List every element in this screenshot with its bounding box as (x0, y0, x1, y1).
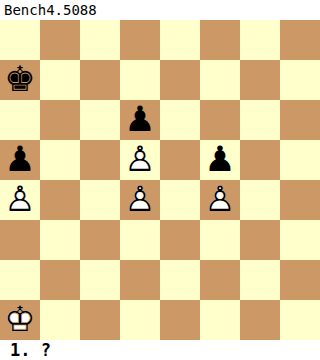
square-h1[interactable] (280, 300, 320, 340)
square-a3[interactable] (0, 220, 40, 260)
square-f5[interactable]: ♟ (200, 140, 240, 180)
black-pawn[interactable]: ♟ (200, 140, 240, 180)
square-h2[interactable] (280, 260, 320, 300)
square-b7[interactable] (40, 60, 80, 100)
white-pawn[interactable]: ♟♙ (0, 180, 40, 220)
white-pawn-outline: ♙ (120, 180, 160, 220)
square-f8[interactable] (200, 20, 240, 60)
square-g3[interactable] (240, 220, 280, 260)
square-d4[interactable]: ♟♙ (120, 180, 160, 220)
square-c2[interactable] (80, 260, 120, 300)
square-c6[interactable] (80, 100, 120, 140)
square-f1[interactable] (200, 300, 240, 340)
square-c3[interactable] (80, 220, 120, 260)
black-king[interactable]: ♚ (0, 60, 40, 100)
square-h5[interactable] (280, 140, 320, 180)
square-a1[interactable]: ♚♔ (0, 300, 40, 340)
square-h3[interactable] (280, 220, 320, 260)
white-pawn[interactable]: ♟♙ (200, 180, 240, 220)
move-prompt: 1. ? (10, 340, 51, 360)
square-b6[interactable] (40, 100, 80, 140)
square-e2[interactable] (160, 260, 200, 300)
black-pawn-glyph: ♟ (120, 100, 160, 140)
square-b1[interactable] (40, 300, 80, 340)
square-c1[interactable] (80, 300, 120, 340)
square-f6[interactable] (200, 100, 240, 140)
square-g7[interactable] (240, 60, 280, 100)
square-d3[interactable] (120, 220, 160, 260)
square-e8[interactable] (160, 20, 200, 60)
square-a4[interactable]: ♟♙ (0, 180, 40, 220)
square-h6[interactable] (280, 100, 320, 140)
square-e6[interactable] (160, 100, 200, 140)
black-pawn-glyph: ♟ (200, 140, 240, 180)
white-king[interactable]: ♚♔ (0, 300, 40, 340)
square-g2[interactable] (240, 260, 280, 300)
black-pawn-glyph: ♟ (0, 140, 40, 180)
square-c4[interactable] (80, 180, 120, 220)
square-h8[interactable] (280, 20, 320, 60)
square-d2[interactable] (120, 260, 160, 300)
square-d8[interactable] (120, 20, 160, 60)
square-g6[interactable] (240, 100, 280, 140)
square-b4[interactable] (40, 180, 80, 220)
square-a5[interactable]: ♟ (0, 140, 40, 180)
black-pawn[interactable]: ♟ (120, 100, 160, 140)
square-a7[interactable]: ♚ (0, 60, 40, 100)
white-pawn-outline: ♙ (120, 140, 160, 180)
square-a2[interactable] (0, 260, 40, 300)
square-g8[interactable] (240, 20, 280, 60)
square-g1[interactable] (240, 300, 280, 340)
square-f2[interactable] (200, 260, 240, 300)
square-d5[interactable]: ♟♙ (120, 140, 160, 180)
square-f7[interactable] (200, 60, 240, 100)
square-a8[interactable] (0, 20, 40, 60)
window-title: Bench4.5088 (4, 0, 97, 20)
title-bar: Bench4.5088 (0, 0, 320, 20)
square-h7[interactable] (280, 60, 320, 100)
white-pawn-outline: ♙ (0, 180, 40, 220)
square-b2[interactable] (40, 260, 80, 300)
square-g4[interactable] (240, 180, 280, 220)
black-pawn[interactable]: ♟ (0, 140, 40, 180)
black-king-glyph: ♚ (0, 60, 40, 100)
square-d6[interactable]: ♟ (120, 100, 160, 140)
square-b8[interactable] (40, 20, 80, 60)
square-c5[interactable] (80, 140, 120, 180)
square-d7[interactable] (120, 60, 160, 100)
status-bar: 1. ? (0, 340, 320, 360)
square-d1[interactable] (120, 300, 160, 340)
square-e5[interactable] (160, 140, 200, 180)
square-a6[interactable] (0, 100, 40, 140)
white-pawn[interactable]: ♟♙ (120, 180, 160, 220)
square-e4[interactable] (160, 180, 200, 220)
square-g5[interactable] (240, 140, 280, 180)
white-pawn-outline: ♙ (200, 180, 240, 220)
square-h4[interactable] (280, 180, 320, 220)
square-c7[interactable] (80, 60, 120, 100)
square-e1[interactable] (160, 300, 200, 340)
square-c8[interactable] (80, 20, 120, 60)
white-king-outline: ♔ (0, 300, 40, 340)
square-e7[interactable] (160, 60, 200, 100)
white-pawn[interactable]: ♟♙ (120, 140, 160, 180)
square-f3[interactable] (200, 220, 240, 260)
chess-board: ♚♟♟♟♙♟♟♙♟♙♟♙♚♔ (0, 20, 320, 340)
square-f4[interactable]: ♟♙ (200, 180, 240, 220)
square-b3[interactable] (40, 220, 80, 260)
square-e3[interactable] (160, 220, 200, 260)
square-b5[interactable] (40, 140, 80, 180)
